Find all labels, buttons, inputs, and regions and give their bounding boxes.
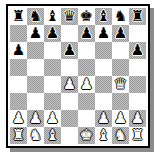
square-e3[interactable]	[78, 93, 95, 110]
square-e1[interactable]: ♚	[78, 127, 95, 144]
black-pawn-piece[interactable]: ♟	[97, 25, 110, 42]
square-d8[interactable]: ♛	[61, 8, 78, 25]
black-pawn-piece[interactable]: ♟	[46, 25, 59, 42]
square-f6[interactable]	[95, 42, 112, 59]
square-h2[interactable]: ♟	[129, 110, 146, 127]
black-bishop-piece[interactable]: ♝	[97, 8, 110, 25]
square-a2[interactable]: ♟	[10, 110, 27, 127]
square-c2[interactable]: ♟	[44, 110, 61, 127]
black-king-piece[interactable]: ♚	[80, 8, 93, 25]
chess-app-window: ♜♞♝♛♚♝♞♜♟♟♟♟♟♟♟♟♟♟♛♟♟♟♟♟♟♜♞♝♚♝♞♜	[0, 0, 160, 160]
white-king-piece[interactable]: ♚	[80, 127, 93, 144]
square-a7[interactable]	[10, 25, 27, 42]
square-d7[interactable]	[61, 25, 78, 42]
white-pawn-piece[interactable]: ♟	[12, 110, 25, 127]
square-g2[interactable]: ♟	[112, 110, 129, 127]
square-g5[interactable]	[112, 59, 129, 76]
square-a1[interactable]: ♜	[10, 127, 27, 144]
square-e6[interactable]	[78, 42, 95, 59]
square-g8[interactable]: ♞	[112, 8, 129, 25]
square-c7[interactable]: ♟	[44, 25, 61, 42]
square-c3[interactable]	[44, 93, 61, 110]
white-rook-piece[interactable]: ♜	[12, 127, 25, 144]
square-f8[interactable]: ♝	[95, 8, 112, 25]
white-pawn-piece[interactable]: ♟	[97, 110, 110, 127]
square-h7[interactable]	[129, 25, 146, 42]
board-frame: ♜♞♝♛♚♝♞♜♟♟♟♟♟♟♟♟♟♟♛♟♟♟♟♟♟♜♞♝♚♝♞♜	[6, 4, 150, 148]
white-pawn-piece[interactable]: ♟	[131, 110, 144, 127]
square-d1[interactable]	[61, 127, 78, 144]
square-c5[interactable]	[44, 59, 61, 76]
white-knight-piece[interactable]: ♞	[114, 127, 127, 144]
white-pawn-piece[interactable]: ♟	[29, 110, 42, 127]
white-queen-piece[interactable]: ♛	[114, 76, 127, 93]
square-a8[interactable]: ♜	[10, 8, 27, 25]
square-h3[interactable]	[129, 93, 146, 110]
chess-board: ♜♞♝♛♚♝♞♜♟♟♟♟♟♟♟♟♟♟♛♟♟♟♟♟♟♜♞♝♚♝♞♜	[10, 8, 146, 144]
white-bishop-piece[interactable]: ♝	[97, 127, 110, 144]
square-g3[interactable]	[112, 93, 129, 110]
black-bishop-piece[interactable]: ♝	[46, 8, 59, 25]
square-b4[interactable]	[27, 76, 44, 93]
square-b7[interactable]: ♟	[27, 25, 44, 42]
black-rook-piece[interactable]: ♜	[131, 8, 144, 25]
square-a6[interactable]: ♟	[10, 42, 27, 59]
square-d5[interactable]	[61, 59, 78, 76]
square-f3[interactable]	[95, 93, 112, 110]
square-g6[interactable]	[112, 42, 129, 59]
square-b3[interactable]	[27, 93, 44, 110]
square-c6[interactable]	[44, 42, 61, 59]
square-h5[interactable]	[129, 59, 146, 76]
black-knight-piece[interactable]: ♞	[29, 8, 42, 25]
white-pawn-piece[interactable]: ♟	[80, 76, 93, 93]
black-pawn-piece[interactable]: ♟	[29, 25, 42, 42]
square-b5[interactable]	[27, 59, 44, 76]
black-rook-piece[interactable]: ♜	[12, 8, 25, 25]
square-d3[interactable]	[61, 93, 78, 110]
black-pawn-piece[interactable]: ♟	[12, 42, 25, 59]
square-g7[interactable]: ♟	[112, 25, 129, 42]
square-h4[interactable]	[129, 76, 146, 93]
square-b6[interactable]	[27, 42, 44, 59]
white-pawn-piece[interactable]: ♟	[63, 76, 76, 93]
black-pawn-piece[interactable]: ♟	[63, 42, 76, 59]
square-a5[interactable]	[10, 59, 27, 76]
white-rook-piece[interactable]: ♜	[131, 127, 144, 144]
square-c4[interactable]	[44, 76, 61, 93]
square-d6[interactable]: ♟	[61, 42, 78, 59]
white-pawn-piece[interactable]: ♟	[114, 110, 127, 127]
black-pawn-piece[interactable]: ♟	[114, 25, 127, 42]
square-e2[interactable]	[78, 110, 95, 127]
white-pawn-piece[interactable]: ♟	[46, 110, 59, 127]
square-e8[interactable]: ♚	[78, 8, 95, 25]
square-a3[interactable]	[10, 93, 27, 110]
square-f4[interactable]	[95, 76, 112, 93]
black-queen-piece[interactable]: ♛	[63, 8, 76, 25]
black-pawn-piece[interactable]: ♟	[80, 25, 93, 42]
square-b1[interactable]: ♞	[27, 127, 44, 144]
square-e4[interactable]: ♟	[78, 76, 95, 93]
square-h6[interactable]: ♟	[129, 42, 146, 59]
black-knight-piece[interactable]: ♞	[114, 8, 127, 25]
white-bishop-piece[interactable]: ♝	[46, 127, 59, 144]
square-b8[interactable]: ♞	[27, 8, 44, 25]
square-d4[interactable]: ♟	[61, 76, 78, 93]
white-knight-piece[interactable]: ♞	[29, 127, 42, 144]
square-h8[interactable]: ♜	[129, 8, 146, 25]
square-f1[interactable]: ♝	[95, 127, 112, 144]
square-g4[interactable]: ♛	[112, 76, 129, 93]
square-f5[interactable]	[95, 59, 112, 76]
square-e5[interactable]	[78, 59, 95, 76]
square-b2[interactable]: ♟	[27, 110, 44, 127]
black-pawn-piece[interactable]: ♟	[131, 42, 144, 59]
square-f2[interactable]: ♟	[95, 110, 112, 127]
square-c8[interactable]: ♝	[44, 8, 61, 25]
square-e7[interactable]: ♟	[78, 25, 95, 42]
square-d2[interactable]	[61, 110, 78, 127]
square-f7[interactable]: ♟	[95, 25, 112, 42]
square-h1[interactable]: ♜	[129, 127, 146, 144]
square-c1[interactable]: ♝	[44, 127, 61, 144]
square-g1[interactable]: ♞	[112, 127, 129, 144]
square-a4[interactable]	[10, 76, 27, 93]
